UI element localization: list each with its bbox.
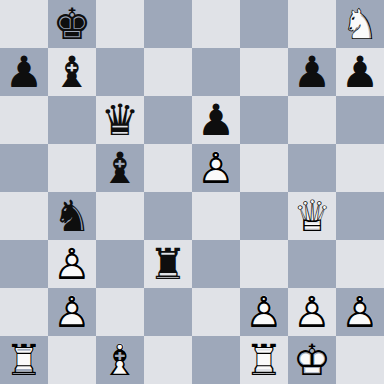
piece-black-pawn: ♟ — [288, 48, 336, 96]
square-d8[interactable] — [144, 0, 192, 48]
piece-black-bishop: ♝ — [48, 48, 96, 96]
square-d4[interactable] — [144, 192, 192, 240]
square-c8[interactable] — [96, 0, 144, 48]
square-e5[interactable]: ♟♙ — [192, 144, 240, 192]
square-c1[interactable]: ♝♗ — [96, 336, 144, 384]
white-piece-outline-glyph: ♕ — [288, 192, 336, 240]
black-piece-glyph: ♜ — [144, 240, 192, 288]
square-d1[interactable] — [144, 336, 192, 384]
square-f6[interactable] — [240, 96, 288, 144]
white-piece-outline-glyph: ♗ — [96, 336, 144, 384]
black-piece-glyph: ♚ — [48, 0, 96, 48]
piece-black-pawn: ♟ — [336, 48, 384, 96]
white-piece-outline-glyph: ♙ — [240, 288, 288, 336]
square-b7[interactable]: ♝ — [48, 48, 96, 96]
square-f5[interactable] — [240, 144, 288, 192]
square-a5[interactable] — [0, 144, 48, 192]
piece-black-knight: ♞ — [48, 192, 96, 240]
square-f3[interactable] — [240, 240, 288, 288]
piece-white-king: ♚♔ — [288, 336, 336, 384]
black-piece-glyph: ♛ — [96, 96, 144, 144]
white-piece-outline-glyph: ♙ — [48, 240, 96, 288]
square-h8[interactable]: ♞♘ — [336, 0, 384, 48]
piece-white-pawn: ♟♙ — [48, 288, 96, 336]
piece-white-knight: ♞♘ — [336, 0, 384, 48]
square-e6[interactable]: ♟ — [192, 96, 240, 144]
square-g2[interactable]: ♟♙ — [288, 288, 336, 336]
square-b2[interactable]: ♟♙ — [48, 288, 96, 336]
square-g3[interactable] — [288, 240, 336, 288]
square-h2[interactable]: ♟♙ — [336, 288, 384, 336]
piece-white-pawn: ♟♙ — [192, 144, 240, 192]
square-g7[interactable]: ♟ — [288, 48, 336, 96]
square-c3[interactable] — [96, 240, 144, 288]
square-b6[interactable] — [48, 96, 96, 144]
square-e2[interactable] — [192, 288, 240, 336]
white-piece-outline-glyph: ♙ — [288, 288, 336, 336]
black-piece-glyph: ♟ — [0, 48, 48, 96]
square-c5[interactable]: ♝ — [96, 144, 144, 192]
black-piece-glyph: ♝ — [96, 144, 144, 192]
piece-white-queen: ♛♕ — [288, 192, 336, 240]
square-f8[interactable] — [240, 0, 288, 48]
square-f7[interactable] — [240, 48, 288, 96]
square-b1[interactable] — [48, 336, 96, 384]
square-a6[interactable] — [0, 96, 48, 144]
square-a3[interactable] — [0, 240, 48, 288]
square-g6[interactable] — [288, 96, 336, 144]
piece-black-king: ♚ — [48, 0, 96, 48]
white-piece-outline-glyph: ♙ — [336, 288, 384, 336]
square-f4[interactable] — [240, 192, 288, 240]
piece-black-bishop: ♝ — [96, 144, 144, 192]
square-d2[interactable] — [144, 288, 192, 336]
piece-white-pawn: ♟♙ — [48, 240, 96, 288]
piece-white-pawn: ♟♙ — [336, 288, 384, 336]
square-c4[interactable] — [96, 192, 144, 240]
square-h1[interactable] — [336, 336, 384, 384]
square-a7[interactable]: ♟ — [0, 48, 48, 96]
white-piece-outline-glyph: ♘ — [336, 0, 384, 48]
piece-black-queen: ♛ — [96, 96, 144, 144]
piece-white-rook: ♜♖ — [0, 336, 48, 384]
square-c7[interactable] — [96, 48, 144, 96]
square-c6[interactable]: ♛ — [96, 96, 144, 144]
piece-white-rook: ♜♖ — [240, 336, 288, 384]
piece-white-pawn: ♟♙ — [240, 288, 288, 336]
square-d7[interactable] — [144, 48, 192, 96]
square-b3[interactable]: ♟♙ — [48, 240, 96, 288]
square-h3[interactable] — [336, 240, 384, 288]
square-a1[interactable]: ♜♖ — [0, 336, 48, 384]
piece-white-pawn: ♟♙ — [288, 288, 336, 336]
black-piece-glyph: ♟ — [336, 48, 384, 96]
square-a2[interactable] — [0, 288, 48, 336]
square-g8[interactable] — [288, 0, 336, 48]
square-c2[interactable] — [96, 288, 144, 336]
square-d6[interactable] — [144, 96, 192, 144]
square-d5[interactable] — [144, 144, 192, 192]
white-piece-outline-glyph: ♖ — [240, 336, 288, 384]
square-e1[interactable] — [192, 336, 240, 384]
square-h7[interactable]: ♟ — [336, 48, 384, 96]
square-h5[interactable] — [336, 144, 384, 192]
square-g4[interactable]: ♛♕ — [288, 192, 336, 240]
square-g1[interactable]: ♚♔ — [288, 336, 336, 384]
square-a8[interactable] — [0, 0, 48, 48]
square-f2[interactable]: ♟♙ — [240, 288, 288, 336]
square-f1[interactable]: ♜♖ — [240, 336, 288, 384]
square-g5[interactable] — [288, 144, 336, 192]
square-e3[interactable] — [192, 240, 240, 288]
white-piece-outline-glyph: ♙ — [192, 144, 240, 192]
chessboard: ♚♞♘♟♝♟♟♛♟♝♟♙♞♛♕♟♙♜♟♙♟♙♟♙♟♙♜♖♝♗♜♖♚♔ — [0, 0, 384, 384]
square-h6[interactable] — [336, 96, 384, 144]
black-piece-glyph: ♝ — [48, 48, 96, 96]
square-b5[interactable] — [48, 144, 96, 192]
piece-black-pawn: ♟ — [192, 96, 240, 144]
white-piece-outline-glyph: ♙ — [48, 288, 96, 336]
square-d3[interactable]: ♜ — [144, 240, 192, 288]
square-a4[interactable] — [0, 192, 48, 240]
white-piece-outline-glyph: ♖ — [0, 336, 48, 384]
square-b4[interactable]: ♞ — [48, 192, 96, 240]
black-piece-glyph: ♟ — [192, 96, 240, 144]
black-piece-glyph: ♟ — [288, 48, 336, 96]
square-e8[interactable] — [192, 0, 240, 48]
piece-black-rook: ♜ — [144, 240, 192, 288]
piece-white-bishop: ♝♗ — [96, 336, 144, 384]
square-e7[interactable] — [192, 48, 240, 96]
square-b8[interactable]: ♚ — [48, 0, 96, 48]
black-piece-glyph: ♞ — [48, 192, 96, 240]
square-e4[interactable] — [192, 192, 240, 240]
square-h4[interactable] — [336, 192, 384, 240]
white-piece-outline-glyph: ♔ — [288, 336, 336, 384]
piece-black-pawn: ♟ — [0, 48, 48, 96]
